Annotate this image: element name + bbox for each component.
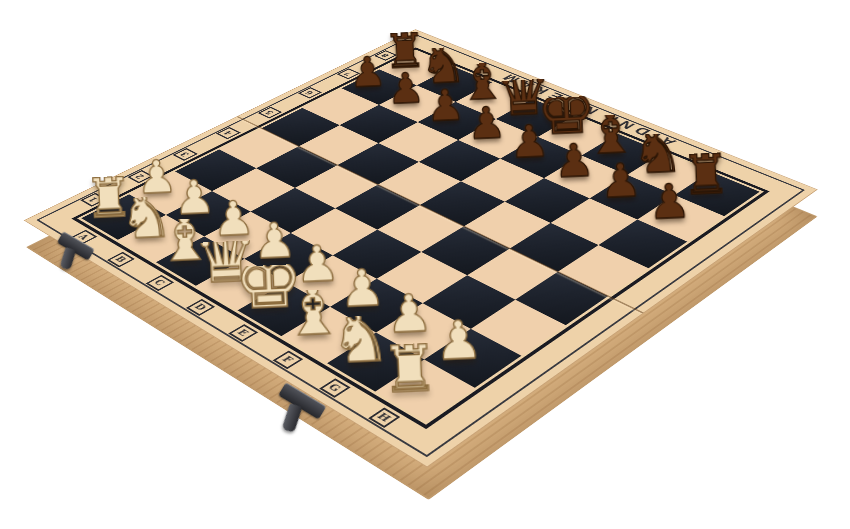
square-g5 [510,223,599,272]
square-h2 [424,329,521,388]
square-f3 [377,252,468,303]
square-b1 [118,215,204,262]
square-h7 [637,195,724,242]
file-label-g: G [319,378,350,397]
photo-stage: MAKEININDIA ABCDEFGH 87654321 ♜♞♝♛♚♝♞♜♟♟… [0,0,850,529]
square-f1 [281,307,376,363]
square-h3 [471,300,566,356]
brand-letter: N [579,105,601,116]
brand-letter: A [657,136,680,148]
square-g2 [376,303,471,359]
square-c2 [204,212,290,259]
file-label-e: E [228,324,258,342]
square-f5 [464,202,551,249]
square-g6 [551,198,638,245]
brand-letter: K [531,85,553,95]
brand-space [601,114,607,117]
square-e3 [333,230,421,279]
square-d2 [244,233,332,282]
square-g3 [423,275,516,329]
clasp-hook [60,247,77,270]
brand-letter: E [545,91,566,101]
square-e4 [377,205,464,252]
brand-letter: M [500,73,523,84]
square-d1 [196,259,286,311]
square-h5 [558,245,649,296]
brand-space [565,100,571,103]
chess-grid [81,51,759,421]
square-h4 [515,272,608,325]
square-d3 [291,208,378,255]
square-e1 [238,282,331,336]
file-label-c: C [146,274,174,290]
file-label-d: D [186,298,215,315]
file-label-f: F [273,350,304,369]
file-label-h: H [368,407,400,427]
square-g4 [467,249,558,300]
chess-board: MAKEININDIA ABCDEFGH 87654321 [25,30,816,467]
file-labels-row: ABCDEFGH [56,221,420,439]
brand-letter: N [616,119,638,130]
file-label-b: B [107,251,135,267]
board-scene: MAKEININDIA ABCDEFGH 87654321 ♜♞♝♛♚♝♞♜♟♟… [25,30,816,467]
square-g1 [327,333,424,392]
square-h6 [598,220,687,269]
clasp-hook [282,403,303,433]
square-f2 [330,279,423,333]
square-f4 [421,226,510,275]
square-c1 [156,236,244,285]
square-e2 [286,255,376,306]
brand-letter: D [631,125,653,136]
square-h1 [375,359,475,421]
